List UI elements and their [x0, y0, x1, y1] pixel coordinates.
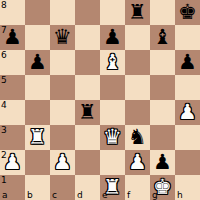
square-c1[interactable]: c	[50, 175, 75, 200]
square-b3[interactable]: ♜	[25, 125, 50, 150]
square-h3[interactable]	[175, 125, 200, 150]
chess-board: 8♜♚7♟♛♟♝6♟♝♟54♜♟3♜♛♞2♟♟♟♟1abcde♜fg♚h	[0, 0, 200, 200]
file-label-h: h	[177, 191, 183, 200]
file-label-b: b	[27, 191, 33, 200]
square-f3[interactable]: ♞	[125, 125, 150, 150]
rank-label-6: 6	[1, 51, 7, 60]
black-bishop[interactable]: ♝	[150, 25, 175, 50]
square-e4[interactable]	[100, 100, 125, 125]
square-h2[interactable]	[175, 150, 200, 175]
square-g6[interactable]	[150, 50, 175, 75]
square-c2[interactable]: ♟	[50, 150, 75, 175]
file-label-e: e	[102, 191, 108, 200]
rank-label-3: 3	[1, 126, 7, 135]
square-d5[interactable]	[75, 75, 100, 100]
square-a1[interactable]: 1a	[0, 175, 25, 200]
white-bishop[interactable]: ♝	[100, 50, 125, 75]
black-pawn[interactable]: ♟	[150, 150, 175, 175]
rank-label-2: 2	[1, 151, 7, 160]
square-c6[interactable]	[50, 50, 75, 75]
square-h4[interactable]: ♟	[175, 100, 200, 125]
square-d8[interactable]	[75, 0, 100, 25]
white-pawn[interactable]: ♟	[125, 150, 150, 175]
square-e6[interactable]: ♝	[100, 50, 125, 75]
square-a3[interactable]: 3	[0, 125, 25, 150]
black-queen[interactable]: ♛	[50, 25, 75, 50]
square-f1[interactable]: f	[125, 175, 150, 200]
file-label-c: c	[52, 191, 57, 200]
square-g8[interactable]	[150, 0, 175, 25]
square-f2[interactable]: ♟	[125, 150, 150, 175]
black-rook[interactable]: ♜	[125, 0, 150, 25]
square-d1[interactable]: d	[75, 175, 100, 200]
square-h5[interactable]	[175, 75, 200, 100]
square-f5[interactable]	[125, 75, 150, 100]
black-king[interactable]: ♚	[175, 0, 200, 25]
square-g2[interactable]: ♟	[150, 150, 175, 175]
square-f7[interactable]	[125, 25, 150, 50]
square-b8[interactable]	[25, 0, 50, 25]
file-label-g: g	[152, 191, 158, 200]
square-e3[interactable]: ♛	[100, 125, 125, 150]
file-label-d: d	[77, 191, 83, 200]
square-h7[interactable]	[175, 25, 200, 50]
square-d4[interactable]: ♜	[75, 100, 100, 125]
square-d3[interactable]	[75, 125, 100, 150]
square-c7[interactable]: ♛	[50, 25, 75, 50]
black-pawn[interactable]: ♟	[100, 25, 125, 50]
square-g5[interactable]	[150, 75, 175, 100]
square-e2[interactable]	[100, 150, 125, 175]
black-pawn[interactable]: ♟	[175, 50, 200, 75]
square-f8[interactable]: ♜	[125, 0, 150, 25]
square-b2[interactable]	[25, 150, 50, 175]
square-d7[interactable]	[75, 25, 100, 50]
rank-label-5: 5	[1, 76, 7, 85]
square-c4[interactable]	[50, 100, 75, 125]
square-h1[interactable]: h	[175, 175, 200, 200]
square-b4[interactable]	[25, 100, 50, 125]
square-a8[interactable]: 8	[0, 0, 25, 25]
chess-diagram: 8♜♚7♟♛♟♝6♟♝♟54♜♟3♜♛♞2♟♟♟♟1abcde♜fg♚h	[0, 0, 200, 200]
square-e1[interactable]: e♜	[100, 175, 125, 200]
rank-label-4: 4	[1, 101, 7, 110]
black-rook[interactable]: ♜	[75, 100, 100, 125]
black-knight[interactable]: ♞	[125, 125, 150, 150]
square-h6[interactable]: ♟	[175, 50, 200, 75]
square-c3[interactable]	[50, 125, 75, 150]
square-e5[interactable]	[100, 75, 125, 100]
file-label-f: f	[127, 191, 130, 200]
black-pawn[interactable]: ♟	[25, 50, 50, 75]
file-label-a: a	[2, 191, 8, 200]
square-a6[interactable]: 6	[0, 50, 25, 75]
square-d2[interactable]	[75, 150, 100, 175]
square-f4[interactable]	[125, 100, 150, 125]
white-queen[interactable]: ♛	[100, 125, 125, 150]
square-a7[interactable]: 7♟	[0, 25, 25, 50]
square-a2[interactable]: 2♟	[0, 150, 25, 175]
white-pawn[interactable]: ♟	[175, 100, 200, 125]
rank-label-7: 7	[1, 26, 7, 35]
square-b7[interactable]	[25, 25, 50, 50]
square-c5[interactable]	[50, 75, 75, 100]
square-f6[interactable]	[125, 50, 150, 75]
square-b1[interactable]: b	[25, 175, 50, 200]
square-e8[interactable]	[100, 0, 125, 25]
square-d6[interactable]	[75, 50, 100, 75]
square-a5[interactable]: 5	[0, 75, 25, 100]
square-c8[interactable]	[50, 0, 75, 25]
square-b5[interactable]	[25, 75, 50, 100]
square-g1[interactable]: g♚	[150, 175, 175, 200]
white-pawn[interactable]: ♟	[50, 150, 75, 175]
square-h8[interactable]: ♚	[175, 0, 200, 25]
square-g7[interactable]: ♝	[150, 25, 175, 50]
square-b6[interactable]: ♟	[25, 50, 50, 75]
white-rook[interactable]: ♜	[25, 125, 50, 150]
square-a4[interactable]: 4	[0, 100, 25, 125]
square-g3[interactable]	[150, 125, 175, 150]
rank-label-1: 1	[1, 176, 7, 185]
square-g4[interactable]	[150, 100, 175, 125]
rank-label-8: 8	[1, 1, 7, 10]
square-e7[interactable]: ♟	[100, 25, 125, 50]
